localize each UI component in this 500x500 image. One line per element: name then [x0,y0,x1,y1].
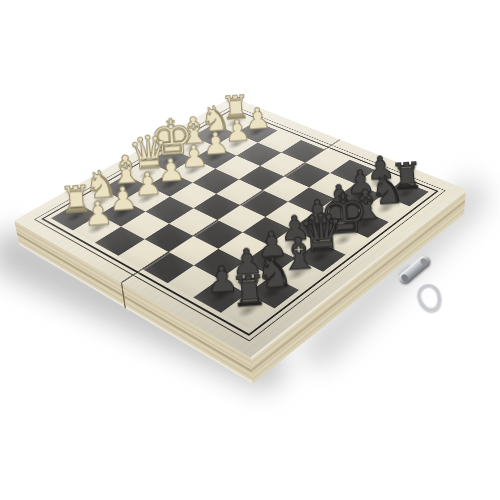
pawn-glyph: ♟ [62,195,133,232]
folding-chess-box: ♜♞♝♛♚♝♞♜♟♟♟♟♟♟♟♟♟♟♟♟♟♟♟♟♜♞♝♛♚♝♞♜ [14,97,465,357]
rook-glyph: ♜ [209,269,290,316]
board-scene: ♜♞♝♛♚♝♞♜♟♟♟♟♟♟♟♟♟♟♟♟♟♟♟♟♜♞♝♛♚♝♞♜ [69,34,411,376]
board-surface: ♜♞♝♛♚♝♞♜♟♟♟♟♟♟♟♟♟♟♟♟♟♟♟♟♜♞♝♛♚♝♞♜ [14,97,465,357]
fold-seam-side [121,282,127,308]
clasp-ring [415,281,445,314]
product-photo: ♜♞♝♛♚♝♞♜♟♟♟♟♟♟♟♟♟♟♟♟♟♟♟♟♜♞♝♛♚♝♞♜ [0,0,500,500]
